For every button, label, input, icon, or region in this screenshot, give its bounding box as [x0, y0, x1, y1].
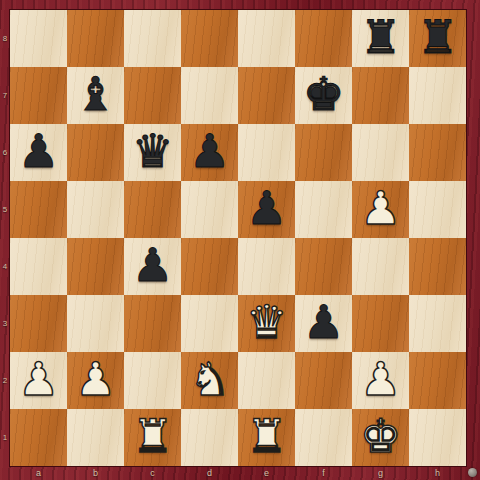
- rank-label-5: 5: [0, 181, 10, 238]
- piece-black-queen: ♛: [124, 124, 181, 181]
- rank-label-6: 6: [0, 124, 10, 181]
- square-d7[interactable]: [181, 67, 238, 124]
- square-a3[interactable]: [10, 295, 67, 352]
- corner-screw: [468, 468, 477, 477]
- square-c4[interactable]: ♟: [124, 238, 181, 295]
- square-a7[interactable]: [10, 67, 67, 124]
- square-a4[interactable]: [10, 238, 67, 295]
- square-b5[interactable]: [67, 181, 124, 238]
- file-label-h: h: [409, 466, 466, 480]
- file-label-b: b: [67, 466, 124, 480]
- square-c8[interactable]: [124, 10, 181, 67]
- square-g5[interactable]: ♟: [352, 181, 409, 238]
- piece-white-pawn: ♟: [67, 352, 124, 409]
- square-e2[interactable]: [238, 352, 295, 409]
- square-e3[interactable]: ♛: [238, 295, 295, 352]
- square-b1[interactable]: [67, 409, 124, 466]
- square-f1[interactable]: [295, 409, 352, 466]
- piece-white-pawn: ♟: [352, 181, 409, 238]
- square-h8[interactable]: ♜: [409, 10, 466, 67]
- file-label-a: a: [10, 466, 67, 480]
- square-d2[interactable]: ♞: [181, 352, 238, 409]
- file-label-d: d: [181, 466, 238, 480]
- square-f7[interactable]: ♚: [295, 67, 352, 124]
- square-g2[interactable]: ♟: [352, 352, 409, 409]
- file-label-f: f: [295, 466, 352, 480]
- rank-label-1: 1: [0, 409, 10, 466]
- square-d5[interactable]: [181, 181, 238, 238]
- piece-white-pawn: ♟: [352, 352, 409, 409]
- file-label-c: c: [124, 466, 181, 480]
- piece-white-rook: ♜: [238, 409, 295, 466]
- square-b6[interactable]: [67, 124, 124, 181]
- square-a1[interactable]: [10, 409, 67, 466]
- square-c3[interactable]: [124, 295, 181, 352]
- piece-black-king: ♚: [295, 67, 352, 124]
- file-label-g: g: [352, 466, 409, 480]
- square-f3[interactable]: ♟: [295, 295, 352, 352]
- piece-white-queen: ♛: [238, 295, 295, 352]
- piece-black-pawn: ♟: [124, 238, 181, 295]
- chess-board: ♜♜♝♚♟♛♟♟♟♟♛♟♟♟♞♟♜♜♚: [10, 10, 466, 466]
- rank-label-2: 2: [0, 352, 10, 409]
- square-e4[interactable]: [238, 238, 295, 295]
- square-g3[interactable]: [352, 295, 409, 352]
- piece-black-bishop: ♝: [67, 67, 124, 124]
- square-d1[interactable]: [181, 409, 238, 466]
- piece-white-rook: ♜: [124, 409, 181, 466]
- square-c7[interactable]: [124, 67, 181, 124]
- square-h3[interactable]: [409, 295, 466, 352]
- square-b7[interactable]: ♝: [67, 67, 124, 124]
- rank-label-7: 7: [0, 67, 10, 124]
- piece-white-pawn: ♟: [10, 352, 67, 409]
- square-h1[interactable]: [409, 409, 466, 466]
- rank-label-8: 8: [0, 10, 10, 67]
- file-label-e: e: [238, 466, 295, 480]
- square-g4[interactable]: [352, 238, 409, 295]
- piece-black-pawn: ♟: [10, 124, 67, 181]
- square-a2[interactable]: ♟: [10, 352, 67, 409]
- square-d8[interactable]: [181, 10, 238, 67]
- square-d4[interactable]: [181, 238, 238, 295]
- square-h5[interactable]: [409, 181, 466, 238]
- square-g1[interactable]: ♚: [352, 409, 409, 466]
- square-h7[interactable]: [409, 67, 466, 124]
- square-f6[interactable]: [295, 124, 352, 181]
- piece-black-rook: ♜: [352, 10, 409, 67]
- piece-white-knight: ♞: [181, 352, 238, 409]
- square-g6[interactable]: [352, 124, 409, 181]
- square-g7[interactable]: [352, 67, 409, 124]
- piece-black-pawn: ♟: [295, 295, 352, 352]
- square-d6[interactable]: ♟: [181, 124, 238, 181]
- square-b3[interactable]: [67, 295, 124, 352]
- square-c5[interactable]: [124, 181, 181, 238]
- square-c2[interactable]: [124, 352, 181, 409]
- square-f4[interactable]: [295, 238, 352, 295]
- rank-label-3: 3: [0, 295, 10, 352]
- square-a6[interactable]: ♟: [10, 124, 67, 181]
- square-e7[interactable]: [238, 67, 295, 124]
- square-c6[interactable]: ♛: [124, 124, 181, 181]
- square-f5[interactable]: [295, 181, 352, 238]
- chess-board-frame: ♜♜♝♚♟♛♟♟♟♟♛♟♟♟♞♟♜♜♚ 87654321abcdefgh: [0, 0, 480, 480]
- square-d3[interactable]: [181, 295, 238, 352]
- piece-white-king: ♚: [352, 409, 409, 466]
- square-b2[interactable]: ♟: [67, 352, 124, 409]
- square-a8[interactable]: [10, 10, 67, 67]
- square-b4[interactable]: [67, 238, 124, 295]
- square-h4[interactable]: [409, 238, 466, 295]
- piece-black-pawn: ♟: [181, 124, 238, 181]
- square-h2[interactable]: [409, 352, 466, 409]
- square-b8[interactable]: [67, 10, 124, 67]
- square-e5[interactable]: ♟: [238, 181, 295, 238]
- square-a5[interactable]: [10, 181, 67, 238]
- square-f8[interactable]: [295, 10, 352, 67]
- square-e1[interactable]: ♜: [238, 409, 295, 466]
- piece-black-rook: ♜: [409, 10, 466, 67]
- piece-black-pawn: ♟: [238, 181, 295, 238]
- square-g8[interactable]: ♜: [352, 10, 409, 67]
- square-f2[interactable]: [295, 352, 352, 409]
- square-c1[interactable]: ♜: [124, 409, 181, 466]
- rank-label-4: 4: [0, 238, 10, 295]
- square-e6[interactable]: [238, 124, 295, 181]
- square-e8[interactable]: [238, 10, 295, 67]
- square-h6[interactable]: [409, 124, 466, 181]
